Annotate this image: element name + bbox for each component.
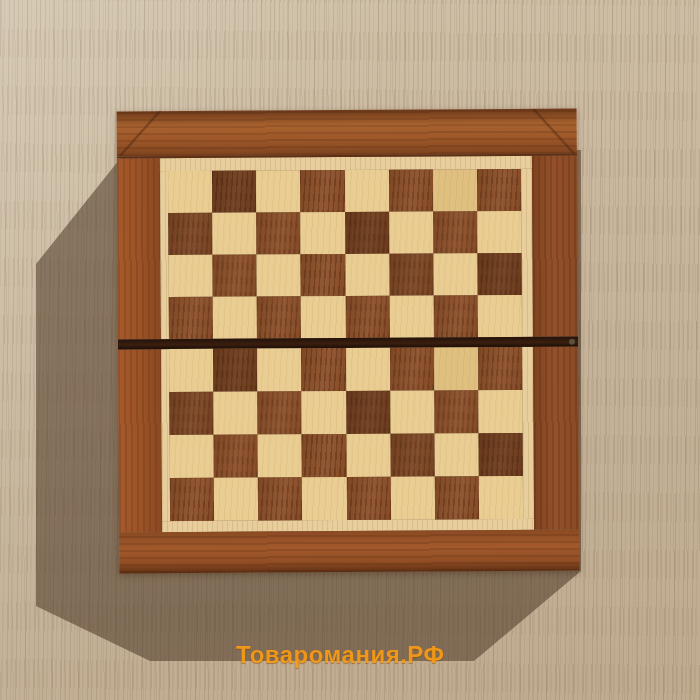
board-square <box>214 478 258 521</box>
board-square <box>300 170 344 212</box>
board-square <box>345 254 389 296</box>
board-square <box>477 253 521 295</box>
board-square <box>346 434 390 477</box>
board-square <box>346 391 390 434</box>
board-square <box>344 170 388 212</box>
board-square <box>302 434 346 477</box>
board-square <box>346 477 390 520</box>
frame-left <box>117 158 161 339</box>
board-square <box>434 433 478 476</box>
board-square <box>170 435 214 478</box>
box-bottom-half <box>118 347 579 533</box>
board-square <box>390 347 434 390</box>
board-square <box>301 296 345 338</box>
board-square <box>389 211 433 253</box>
board-square <box>168 255 212 297</box>
board-square <box>434 390 478 433</box>
board-square <box>433 169 477 211</box>
board-square <box>256 170 300 212</box>
board-square <box>258 391 302 434</box>
board-square <box>169 392 213 435</box>
board-square <box>301 254 345 296</box>
board-square <box>212 213 256 255</box>
hinge-pin <box>569 339 575 345</box>
board-square <box>258 477 302 520</box>
board-square <box>301 348 345 391</box>
board-square <box>169 297 213 339</box>
board-square <box>478 295 522 337</box>
frame-bottom <box>119 530 579 574</box>
board-square <box>213 349 257 392</box>
board-square <box>257 348 301 391</box>
board-square <box>433 295 477 337</box>
board-square <box>212 171 256 213</box>
board-square <box>301 212 345 254</box>
board-square <box>257 254 301 296</box>
board-square <box>345 296 389 338</box>
board-grid-top-half <box>168 169 522 339</box>
folding-chess-box <box>117 109 580 574</box>
frame-right <box>532 156 578 337</box>
board-square <box>214 435 258 478</box>
board-square <box>390 390 434 433</box>
board-square <box>302 391 346 434</box>
board-square <box>477 169 521 211</box>
board-square <box>389 169 433 211</box>
board-square <box>478 347 522 390</box>
board-square <box>478 433 522 476</box>
board-square <box>433 253 477 295</box>
board-square <box>479 476 523 519</box>
board-square <box>169 349 213 392</box>
board-square <box>390 433 434 476</box>
board-square <box>477 211 521 253</box>
board-square <box>435 476 479 519</box>
board-square <box>346 348 390 391</box>
board-square <box>478 390 522 433</box>
board-square <box>258 434 302 477</box>
board-square <box>257 296 301 338</box>
board-square <box>170 478 214 521</box>
frame-left <box>118 349 162 532</box>
board-square <box>433 211 477 253</box>
board-square <box>256 212 300 254</box>
board-square <box>213 255 257 297</box>
box-top-edge-bevel <box>117 109 577 159</box>
board-square <box>168 213 212 255</box>
box-top-half <box>117 156 578 340</box>
board-square <box>389 253 433 295</box>
board-square <box>168 171 212 213</box>
watermark: Товаромания.РФ <box>236 641 444 669</box>
board-square <box>345 212 389 254</box>
board-square <box>434 347 478 390</box>
board-square <box>213 297 257 339</box>
board-square <box>302 477 346 520</box>
board-grid-bottom-half <box>169 347 523 521</box>
frame-right <box>533 347 579 530</box>
board-square <box>389 295 433 337</box>
board-square <box>213 392 257 435</box>
board-square <box>390 476 434 519</box>
